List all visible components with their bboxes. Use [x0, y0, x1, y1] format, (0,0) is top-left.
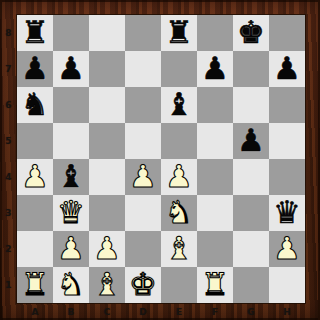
square-h5[interactable] [269, 123, 305, 159]
square-e5[interactable] [161, 123, 197, 159]
square-a4[interactable]: ♟ [17, 159, 53, 195]
square-g8[interactable]: ♚ [233, 15, 269, 51]
square-e3[interactable]: ♞ [161, 195, 197, 231]
square-a1[interactable]: ♜ [17, 267, 53, 303]
rank-label-1: 1 [0, 267, 17, 303]
file-label-a: A [17, 303, 53, 320]
square-c1[interactable]: ♝ [89, 267, 125, 303]
piece-white-pawn[interactable]: ♟ [57, 230, 85, 266]
piece-black-bishop[interactable]: ♝ [57, 158, 85, 194]
piece-black-pawn[interactable]: ♟ [21, 50, 49, 86]
piece-white-rook[interactable]: ♜ [201, 266, 229, 302]
piece-black-pawn[interactable]: ♟ [237, 122, 265, 158]
square-h3[interactable]: ♛ [269, 195, 305, 231]
square-h2[interactable]: ♟ [269, 231, 305, 267]
piece-white-bishop[interactable]: ♝ [165, 230, 193, 266]
piece-black-pawn[interactable]: ♟ [201, 50, 229, 86]
square-a7[interactable]: ♟ [17, 51, 53, 87]
piece-white-pawn[interactable]: ♟ [93, 230, 121, 266]
square-c2[interactable]: ♟ [89, 231, 125, 267]
piece-black-rook[interactable]: ♜ [21, 14, 49, 50]
piece-white-knight[interactable]: ♞ [165, 194, 193, 230]
piece-black-pawn[interactable]: ♟ [57, 50, 85, 86]
square-f8[interactable] [197, 15, 233, 51]
square-g2[interactable] [233, 231, 269, 267]
square-c3[interactable] [89, 195, 125, 231]
chess-board: ♜♜♚♟♟♟♟♞♝♟♟♝♟♟♛♞♛♟♟♝♟♜♞♝♚♜ [17, 15, 305, 303]
square-d5[interactable] [125, 123, 161, 159]
square-d6[interactable] [125, 87, 161, 123]
piece-black-bishop[interactable]: ♝ [165, 86, 193, 122]
piece-white-pawn[interactable]: ♟ [21, 158, 49, 194]
square-b2[interactable]: ♟ [53, 231, 89, 267]
square-f1[interactable]: ♜ [197, 267, 233, 303]
square-b6[interactable] [53, 87, 89, 123]
piece-black-knight[interactable]: ♞ [21, 86, 49, 122]
square-e4[interactable]: ♟ [161, 159, 197, 195]
file-label-b: B [53, 303, 89, 320]
square-g5[interactable]: ♟ [233, 123, 269, 159]
file-label-e: E [161, 303, 197, 320]
square-a2[interactable] [17, 231, 53, 267]
square-e6[interactable]: ♝ [161, 87, 197, 123]
square-h6[interactable] [269, 87, 305, 123]
file-labels: ABCDEFGH [17, 303, 305, 320]
square-d7[interactable] [125, 51, 161, 87]
square-d3[interactable] [125, 195, 161, 231]
piece-white-king[interactable]: ♚ [129, 266, 157, 302]
file-label-c: C [89, 303, 125, 320]
file-label-d: D [125, 303, 161, 320]
piece-black-rook[interactable]: ♜ [165, 14, 193, 50]
square-b8[interactable] [53, 15, 89, 51]
square-e8[interactable]: ♜ [161, 15, 197, 51]
square-g1[interactable] [233, 267, 269, 303]
square-b5[interactable] [53, 123, 89, 159]
square-f5[interactable] [197, 123, 233, 159]
square-e1[interactable] [161, 267, 197, 303]
piece-black-pawn[interactable]: ♟ [273, 50, 301, 86]
rank-label-8: 8 [0, 15, 17, 51]
square-h8[interactable] [269, 15, 305, 51]
square-a3[interactable] [17, 195, 53, 231]
rank-labels: 87654321 [0, 15, 17, 303]
square-d2[interactable] [125, 231, 161, 267]
rank-label-5: 5 [0, 123, 17, 159]
square-d1[interactable]: ♚ [125, 267, 161, 303]
square-b3[interactable]: ♛ [53, 195, 89, 231]
square-g3[interactable] [233, 195, 269, 231]
square-f2[interactable] [197, 231, 233, 267]
rank-label-6: 6 [0, 87, 17, 123]
square-e2[interactable]: ♝ [161, 231, 197, 267]
square-a6[interactable]: ♞ [17, 87, 53, 123]
piece-white-knight[interactable]: ♞ [57, 266, 85, 302]
square-c7[interactable] [89, 51, 125, 87]
piece-black-king[interactable]: ♚ [237, 14, 265, 50]
piece-white-pawn[interactable]: ♟ [273, 230, 301, 266]
square-d8[interactable] [125, 15, 161, 51]
square-h4[interactable] [269, 159, 305, 195]
square-g7[interactable] [233, 51, 269, 87]
piece-white-bishop[interactable]: ♝ [93, 266, 121, 302]
piece-white-rook[interactable]: ♜ [21, 266, 49, 302]
square-c8[interactable] [89, 15, 125, 51]
piece-black-queen[interactable]: ♛ [273, 194, 301, 230]
piece-white-pawn[interactable]: ♟ [165, 158, 193, 194]
piece-white-pawn[interactable]: ♟ [129, 158, 157, 194]
square-a8[interactable]: ♜ [17, 15, 53, 51]
piece-white-queen[interactable]: ♛ [57, 194, 85, 230]
square-g4[interactable] [233, 159, 269, 195]
square-c4[interactable] [89, 159, 125, 195]
square-b7[interactable]: ♟ [53, 51, 89, 87]
square-h1[interactable] [269, 267, 305, 303]
square-a5[interactable] [17, 123, 53, 159]
rank-label-4: 4 [0, 159, 17, 195]
square-c5[interactable] [89, 123, 125, 159]
square-f3[interactable] [197, 195, 233, 231]
file-label-f: F [197, 303, 233, 320]
rank-label-3: 3 [0, 195, 17, 231]
square-h7[interactable]: ♟ [269, 51, 305, 87]
square-e7[interactable] [161, 51, 197, 87]
square-d4[interactable]: ♟ [125, 159, 161, 195]
square-c6[interactable] [89, 87, 125, 123]
square-f4[interactable] [197, 159, 233, 195]
file-label-g: G [233, 303, 269, 320]
square-g6[interactable] [233, 87, 269, 123]
rank-label-2: 2 [0, 231, 17, 267]
square-b4[interactable]: ♝ [53, 159, 89, 195]
file-label-h: H [269, 303, 305, 320]
rank-label-7: 7 [0, 51, 17, 87]
square-b1[interactable]: ♞ [53, 267, 89, 303]
square-f6[interactable] [197, 87, 233, 123]
square-f7[interactable]: ♟ [197, 51, 233, 87]
wooden-frame: 87654321 ♜♜♚♟♟♟♟♞♝♟♟♝♟♟♛♞♛♟♟♝♟♜♞♝♚♜ ABCD… [0, 0, 320, 320]
